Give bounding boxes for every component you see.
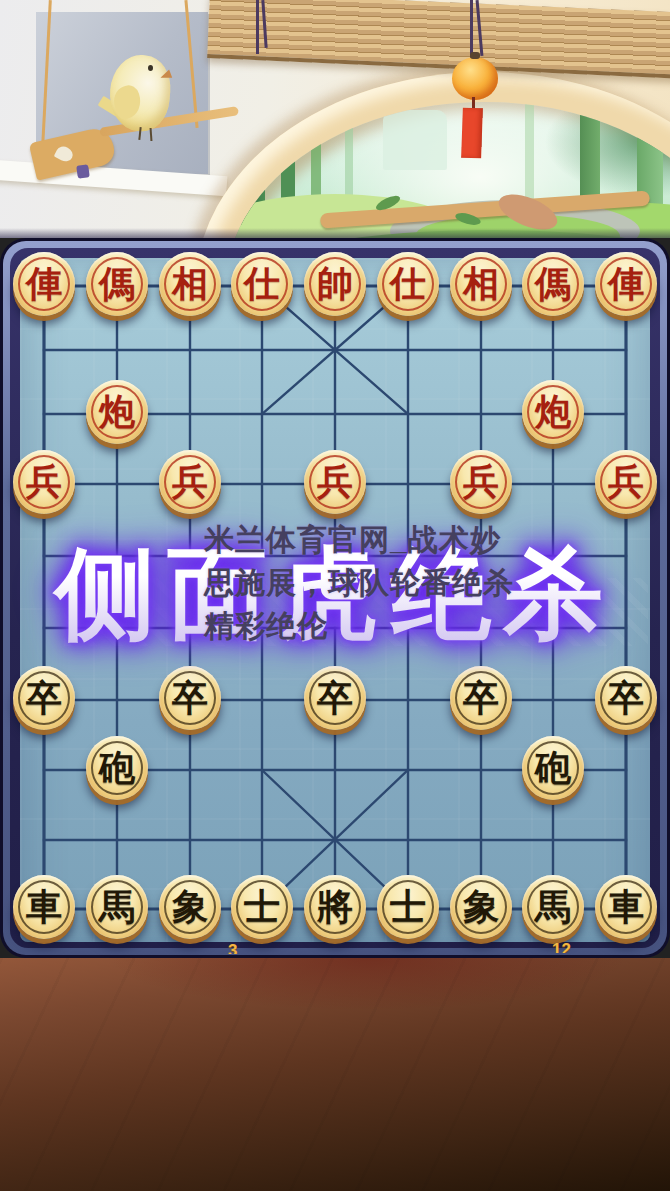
- piece-black-advisor-r9c5[interactable]: 士: [377, 875, 439, 939]
- piece-glyph: 兵: [172, 464, 208, 500]
- piece-glyph: 馬: [535, 889, 571, 925]
- piece-red-cannon-r2c7[interactable]: 炮: [522, 380, 584, 444]
- piece-black-cannon-r7c7[interactable]: 砲: [522, 736, 584, 800]
- watermark-line-3: 精彩绝伦: [204, 604, 549, 647]
- piece-glyph: 傌: [99, 266, 135, 302]
- piece-red-soldier-r3c2[interactable]: 兵: [159, 450, 221, 514]
- piece-red-soldier-r3c6[interactable]: 兵: [450, 450, 512, 514]
- piece-glyph: 俥: [26, 266, 62, 302]
- captured-count-fragment-left: 3: [228, 941, 246, 954]
- piece-glyph: 車: [608, 889, 644, 925]
- round-window-opening: [225, 102, 670, 238]
- purple-clip: [76, 164, 90, 179]
- piece-red-advisor-r0c3[interactable]: 仕: [231, 252, 293, 316]
- lantern-red-tag: [461, 108, 483, 159]
- blind-cord: [256, 0, 259, 54]
- piece-glyph: 兵: [317, 464, 353, 500]
- piece-glyph: 卒: [26, 680, 62, 716]
- piece-black-horse-r9c1[interactable]: 馬: [86, 875, 148, 939]
- lantern-ball: [452, 57, 498, 100]
- piece-red-soldier-r3c4[interactable]: 兵: [304, 450, 366, 514]
- piece-glyph: 兵: [608, 464, 644, 500]
- piece-red-chariot-r0c8[interactable]: 俥: [595, 252, 657, 316]
- piece-glyph: 砲: [99, 750, 135, 786]
- piece-glyph: 炮: [535, 394, 571, 430]
- lantern-cap: [470, 52, 480, 59]
- watermark-text: 米兰体育官网_战术妙 思施展，球队轮番绝杀 精彩绝伦: [204, 518, 549, 647]
- piece-red-soldier-r3c0[interactable]: 兵: [13, 450, 75, 514]
- piece-black-chariot-r9c0[interactable]: 車: [13, 875, 75, 939]
- piece-black-soldier-r6c8[interactable]: 卒: [595, 666, 657, 730]
- piece-glyph: 卒: [463, 680, 499, 716]
- piece-glyph: 象: [463, 889, 499, 925]
- captured-count-fragment-right: 12: [552, 940, 580, 953]
- piece-red-elephant-r0c2[interactable]: 相: [159, 252, 221, 316]
- piece-glyph: 砲: [535, 750, 571, 786]
- piece-black-horse-r9c7[interactable]: 馬: [522, 875, 584, 939]
- piece-black-chariot-r9c8[interactable]: 車: [595, 875, 657, 939]
- piece-red-soldier-r3c8[interactable]: 兵: [595, 450, 657, 514]
- piece-glyph: 相: [463, 266, 499, 302]
- illustration-bottom-shade: [0, 228, 670, 238]
- table-background: [0, 958, 670, 1191]
- piece-red-horse-r0c7[interactable]: 傌: [522, 252, 584, 316]
- piece-glyph: 卒: [172, 680, 208, 716]
- piece-black-advisor-r9c3[interactable]: 士: [231, 875, 293, 939]
- piece-red-advisor-r0c5[interactable]: 仕: [377, 252, 439, 316]
- piece-black-cannon-r7c1[interactable]: 砲: [86, 736, 148, 800]
- piece-glyph: 仕: [244, 266, 280, 302]
- piece-black-soldier-r6c2[interactable]: 卒: [159, 666, 221, 730]
- piece-black-elephant-r9c6[interactable]: 象: [450, 875, 512, 939]
- piece-glyph: 仕: [390, 266, 426, 302]
- watermark-line-1: 米兰体育官网_战术妙: [204, 518, 549, 561]
- piece-black-elephant-r9c2[interactable]: 象: [159, 875, 221, 939]
- piece-glyph: 卒: [317, 680, 353, 716]
- piece-black-soldier-r6c0[interactable]: 卒: [13, 666, 75, 730]
- bird-eye: [148, 65, 153, 71]
- piece-glyph: 象: [172, 889, 208, 925]
- piece-glyph: 帥: [317, 266, 353, 302]
- room-illustration: [0, 0, 670, 238]
- piece-glyph: 士: [390, 889, 426, 925]
- piece-black-soldier-r6c6[interactable]: 卒: [450, 666, 512, 730]
- piece-glyph: 傌: [535, 266, 571, 302]
- piece-red-chariot-r0c0[interactable]: 俥: [13, 252, 75, 316]
- piece-glyph: 炮: [99, 394, 135, 430]
- piece-glyph: 士: [244, 889, 280, 925]
- piece-red-cannon-r2c1[interactable]: 炮: [86, 380, 148, 444]
- piece-red-general-r0c4[interactable]: 帥: [304, 252, 366, 316]
- piece-glyph: 兵: [463, 464, 499, 500]
- piece-black-general-r9c4[interactable]: 將: [304, 875, 366, 939]
- distant-pavilion: [383, 110, 447, 170]
- perch-heart-hole: [54, 144, 76, 164]
- piece-glyph: 兵: [26, 464, 62, 500]
- bamboo-blind: [207, 0, 670, 79]
- screenshot-root: 俥傌相仕帥仕相傌俥炮炮兵兵兵兵兵卒卒卒卒卒砲砲車馬象士將士象馬車 3 12 侧面…: [0, 0, 670, 1191]
- piece-glyph: 相: [172, 266, 208, 302]
- piece-glyph: 將: [317, 889, 353, 925]
- piece-black-soldier-r6c4[interactable]: 卒: [304, 666, 366, 730]
- piece-glyph: 馬: [99, 889, 135, 925]
- piece-glyph: 俥: [608, 266, 644, 302]
- piece-red-elephant-r0c6[interactable]: 相: [450, 252, 512, 316]
- piece-glyph: 車: [26, 889, 62, 925]
- piece-glyph: 卒: [608, 680, 644, 716]
- piece-red-horse-r0c1[interactable]: 傌: [86, 252, 148, 316]
- watermark-line-2: 思施展，球队轮番绝杀: [204, 561, 549, 604]
